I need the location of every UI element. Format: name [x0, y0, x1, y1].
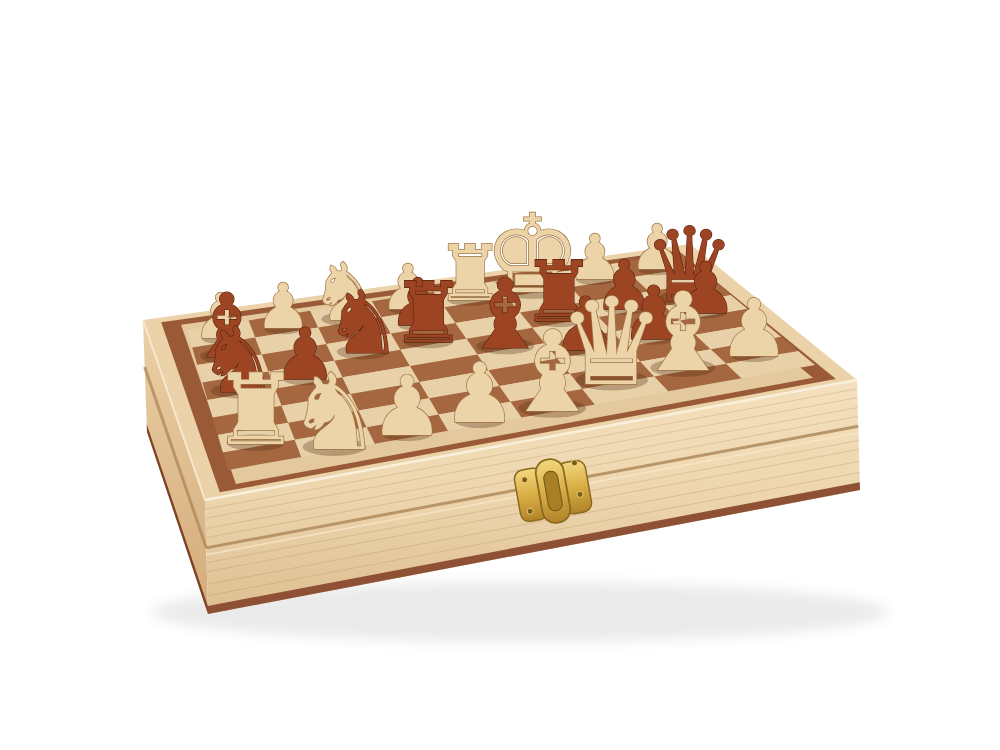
piece-wB-r7c4: ♝: [502, 307, 603, 438]
photo-canvas: ♟♟♞♟♜♚♟♟♝♟♞♜♜♟♛♞♟♝♟♟♟♜♛♝♟♞♟♟♝: [0, 0, 1000, 750]
piece-wP-r7c2: ♟: [370, 358, 444, 455]
piece-wN-r7c1: ♞: [287, 350, 382, 474]
piece-wP-r6c7: ♟: [718, 282, 790, 375]
piece-wB-r6c6: ♝: [634, 269, 731, 396]
chess-box-product-photo: ♟♟♞♟♜♚♟♟♝♟♞♜♜♟♛♞♟♝♟♟♟♜♛♝♟♞♟♟♝: [0, 0, 1000, 750]
